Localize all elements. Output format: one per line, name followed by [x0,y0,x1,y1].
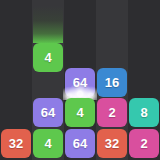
tile-8: 8 [129,98,159,127]
tile-64: 64 [65,129,95,158]
tile-32: 32 [1,129,31,158]
tile-64: 64 [33,98,63,127]
tile-2: 2 [129,129,159,158]
falling-tile-trail [33,6,63,43]
tile-16: 16 [97,68,127,97]
tile-32: 32 [97,129,127,158]
tile-4: 4 [65,98,95,127]
tile-64: 64 [65,68,95,97]
falling-tile-4: 4 [33,43,63,72]
tile-2: 2 [97,98,127,127]
game-board: 464166442832464322 [0,0,160,160]
tile-4: 4 [33,129,63,158]
